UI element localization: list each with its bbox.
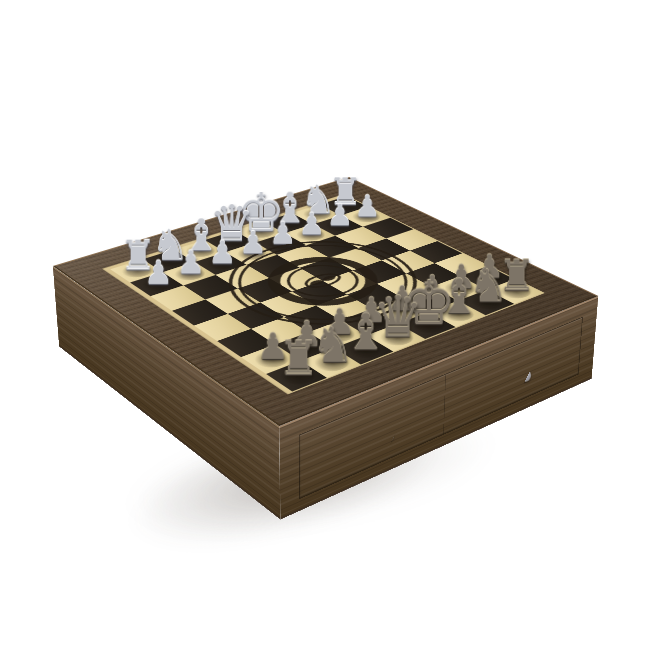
scene: ♜♞♝♛♚♝♞♜♟♟♟♟♟♟♟♟♟♟♟♟♟♟♟♟♜♞♝♛♚♝♞♜ [0,0,646,646]
silver-pawn[interactable]: ♟ [354,192,381,222]
pewter-rook[interactable]: ♜ [278,336,320,383]
silver-pawn[interactable]: ♟ [269,218,297,249]
drawer-knob-right[interactable] [518,369,531,382]
drawer-knob-left[interactable] [380,429,394,443]
silver-pawn[interactable]: ♟ [239,227,267,258]
silver-pawn[interactable]: ♟ [208,237,236,269]
silver-pawn[interactable]: ♟ [144,256,173,289]
silver-pawn[interactable]: ♟ [176,246,205,278]
silver-pawn[interactable]: ♟ [326,200,353,230]
silver-pawn[interactable]: ♟ [298,209,325,239]
